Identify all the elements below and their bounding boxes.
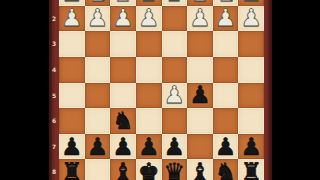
square-c3 <box>187 31 213 57</box>
square-f6: ♞ <box>110 108 136 134</box>
piece-bP: ♟ <box>213 134 239 160</box>
square-b6 <box>213 108 239 134</box>
square-a6 <box>238 108 264 134</box>
piece-wP: ♟ <box>85 6 111 32</box>
square-d6 <box>162 108 188 134</box>
rank-label-2: 2 <box>49 6 59 32</box>
square-f8: ♝ <box>110 159 136 180</box>
square-f4 <box>110 57 136 83</box>
rank-label-6: 6 <box>49 108 59 134</box>
square-d8: ♛ <box>162 159 188 180</box>
rank-labels: 12345678 <box>49 0 59 180</box>
piece-wP: ♟ <box>187 6 213 32</box>
square-e5 <box>136 83 162 109</box>
square-g6 <box>85 108 111 134</box>
chess-board-frame: 12345678 ♜♞♝♚♛♝♞♜♟♟♟♟♟♟♟♟♟♞♟♟♟♟♟♟♟♜♝♚♛♝♞… <box>49 0 272 180</box>
piece-bB: ♝ <box>110 159 136 180</box>
square-a2: ♟ <box>238 6 264 32</box>
piece-wP: ♟ <box>238 6 264 32</box>
piece-bB: ♝ <box>187 159 213 180</box>
piece-bN: ♞ <box>110 108 136 134</box>
square-e7: ♟ <box>136 134 162 160</box>
piece-bN: ♞ <box>213 159 239 180</box>
square-a5 <box>238 83 264 109</box>
piece-wP: ♟ <box>136 6 162 32</box>
rank-label-4: 4 <box>49 57 59 83</box>
square-h2: ♟ <box>59 6 85 32</box>
rank-label-8: 8 <box>49 159 59 180</box>
square-b7: ♟ <box>213 134 239 160</box>
square-h7: ♟ <box>59 134 85 160</box>
piece-wP: ♟ <box>162 83 188 109</box>
piece-bK: ♚ <box>136 159 162 180</box>
square-c4 <box>187 57 213 83</box>
square-f2: ♟ <box>110 6 136 32</box>
square-e2: ♟ <box>136 6 162 32</box>
square-g2: ♟ <box>85 6 111 32</box>
piece-wP: ♟ <box>110 6 136 32</box>
piece-bP: ♟ <box>110 134 136 160</box>
piece-bR: ♜ <box>59 159 85 180</box>
square-b4 <box>213 57 239 83</box>
square-e3 <box>136 31 162 57</box>
square-h8: ♜ <box>59 159 85 180</box>
square-h4 <box>59 57 85 83</box>
square-c2: ♟ <box>187 6 213 32</box>
square-c6 <box>187 108 213 134</box>
square-c8: ♝ <box>187 159 213 180</box>
square-b2: ♟ <box>213 6 239 32</box>
square-d7: ♟ <box>162 134 188 160</box>
piece-wP: ♟ <box>213 6 239 32</box>
square-h6 <box>59 108 85 134</box>
rank-label-5: 5 <box>49 83 59 109</box>
square-g4 <box>85 57 111 83</box>
piece-wP: ♟ <box>59 6 85 32</box>
piece-bP: ♟ <box>59 134 85 160</box>
square-g3 <box>85 31 111 57</box>
square-a8: ♜ <box>238 159 264 180</box>
piece-bP: ♟ <box>136 134 162 160</box>
square-d4 <box>162 57 188 83</box>
square-h3 <box>59 31 85 57</box>
square-h5 <box>59 83 85 109</box>
square-e8: ♚ <box>136 159 162 180</box>
piece-bR: ♜ <box>238 159 264 180</box>
rank-label-7: 7 <box>49 134 59 160</box>
square-f7: ♟ <box>110 134 136 160</box>
piece-bP: ♟ <box>187 83 213 109</box>
square-g8 <box>85 159 111 180</box>
piece-bQ: ♛ <box>162 159 188 180</box>
piece-bP: ♟ <box>162 134 188 160</box>
square-b5 <box>213 83 239 109</box>
video-frame: 12345678 ♜♞♝♚♛♝♞♜♟♟♟♟♟♟♟♟♟♞♟♟♟♟♟♟♟♜♝♚♛♝♞… <box>0 0 320 180</box>
square-a4 <box>238 57 264 83</box>
square-a7: ♟ <box>238 134 264 160</box>
square-f5 <box>110 83 136 109</box>
square-c7 <box>187 134 213 160</box>
square-d3 <box>162 31 188 57</box>
square-d5: ♟ <box>162 83 188 109</box>
chess-board: ♜♞♝♚♛♝♞♜♟♟♟♟♟♟♟♟♟♞♟♟♟♟♟♟♟♜♝♚♛♝♞♜ <box>59 0 264 180</box>
square-b3 <box>213 31 239 57</box>
square-c5: ♟ <box>187 83 213 109</box>
square-f3 <box>110 31 136 57</box>
square-b8: ♞ <box>213 159 239 180</box>
rank-label-3: 3 <box>49 31 59 57</box>
square-a3 <box>238 31 264 57</box>
square-d2 <box>162 6 188 32</box>
piece-bP: ♟ <box>238 134 264 160</box>
square-e4 <box>136 57 162 83</box>
square-g7: ♟ <box>85 134 111 160</box>
square-g5 <box>85 83 111 109</box>
piece-bP: ♟ <box>85 134 111 160</box>
square-e6 <box>136 108 162 134</box>
